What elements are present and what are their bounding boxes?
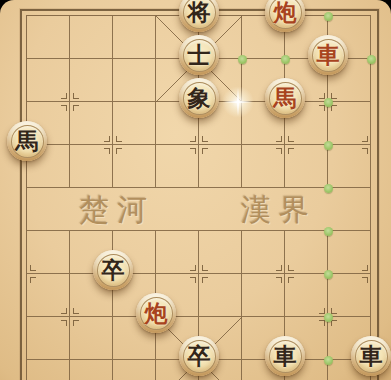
piece-red-cannon[interactable]: 炮 bbox=[136, 293, 176, 333]
position-marker bbox=[116, 136, 122, 142]
move-hint-dot[interactable] bbox=[324, 356, 333, 365]
position-marker bbox=[319, 308, 325, 314]
piece-glyph: 馬 bbox=[7, 121, 47, 162]
position-marker bbox=[61, 105, 67, 111]
piece-black-horse[interactable]: 馬 bbox=[7, 121, 47, 161]
position-marker bbox=[288, 277, 294, 283]
position-marker bbox=[190, 148, 196, 154]
xiangqi-board: 楚河 漢界 将炮士車象馬馬卒炮卒車車 bbox=[0, 0, 391, 380]
position-marker bbox=[319, 105, 325, 111]
position-marker bbox=[73, 320, 79, 326]
position-marker bbox=[362, 148, 368, 154]
position-marker bbox=[73, 93, 79, 99]
board-cell bbox=[27, 16, 70, 59]
piece-red-horse[interactable]: 馬 bbox=[265, 78, 305, 118]
position-marker bbox=[202, 136, 208, 142]
piece-black-chariot[interactable]: 車 bbox=[265, 336, 305, 376]
move-hint-dot[interactable] bbox=[281, 55, 290, 64]
board-cell bbox=[113, 59, 156, 102]
position-marker bbox=[30, 265, 36, 271]
move-hint-dot[interactable] bbox=[324, 98, 333, 107]
position-marker bbox=[61, 93, 67, 99]
piece-black-elephant[interactable]: 象 bbox=[179, 78, 219, 118]
position-marker bbox=[331, 93, 337, 99]
piece-black-advisor[interactable]: 士 bbox=[179, 35, 219, 75]
position-marker bbox=[190, 277, 196, 283]
piece-black-soldier[interactable]: 卒 bbox=[179, 336, 219, 376]
position-marker bbox=[288, 136, 294, 142]
board-cell bbox=[199, 188, 242, 231]
position-marker bbox=[190, 136, 196, 142]
piece-glyph: 炮 bbox=[265, 0, 305, 33]
piece-glyph: 象 bbox=[179, 78, 219, 119]
board-cell bbox=[328, 188, 371, 231]
position-marker bbox=[73, 105, 79, 111]
position-marker bbox=[61, 320, 67, 326]
position-marker bbox=[104, 136, 110, 142]
position-marker bbox=[61, 308, 67, 314]
position-marker bbox=[202, 277, 208, 283]
position-marker bbox=[30, 277, 36, 283]
board-cell bbox=[113, 360, 156, 380]
board-cell bbox=[70, 360, 113, 380]
move-hint-dot[interactable] bbox=[324, 184, 333, 193]
position-marker bbox=[362, 277, 368, 283]
piece-black-soldier[interactable]: 卒 bbox=[93, 250, 133, 290]
move-hint-dot[interactable] bbox=[238, 55, 247, 64]
position-marker bbox=[276, 148, 282, 154]
position-marker bbox=[116, 148, 122, 154]
position-marker bbox=[288, 148, 294, 154]
piece-glyph: 車 bbox=[351, 336, 391, 377]
move-hint-dot[interactable] bbox=[367, 55, 376, 64]
position-marker bbox=[319, 93, 325, 99]
board-cell bbox=[27, 360, 70, 380]
river-label-right: 漢界 bbox=[241, 190, 317, 231]
piece-black-general[interactable]: 将 bbox=[179, 0, 219, 32]
position-marker bbox=[276, 277, 282, 283]
position-marker bbox=[319, 320, 325, 326]
position-marker bbox=[362, 136, 368, 142]
piece-glyph: 将 bbox=[179, 0, 219, 33]
board-cell bbox=[113, 16, 156, 59]
position-marker bbox=[331, 105, 337, 111]
position-marker bbox=[362, 265, 368, 271]
piece-glyph: 卒 bbox=[179, 336, 219, 377]
position-marker bbox=[73, 308, 79, 314]
board-cell bbox=[27, 188, 70, 231]
board-cell bbox=[156, 188, 199, 231]
position-marker bbox=[331, 308, 337, 314]
piece-glyph: 馬 bbox=[265, 78, 305, 119]
piece-black-chariot[interactable]: 車 bbox=[351, 336, 391, 376]
move-hint-dot[interactable] bbox=[324, 313, 333, 322]
river-label-left: 楚河 bbox=[79, 190, 155, 231]
piece-glyph: 車 bbox=[265, 336, 305, 377]
position-marker bbox=[276, 136, 282, 142]
move-hint-dot[interactable] bbox=[324, 141, 333, 150]
move-hint-dot[interactable] bbox=[324, 12, 333, 21]
position-marker bbox=[104, 148, 110, 154]
piece-glyph: 卒 bbox=[93, 250, 133, 291]
piece-glyph: 炮 bbox=[136, 293, 176, 334]
position-marker bbox=[288, 265, 294, 271]
position-marker bbox=[202, 265, 208, 271]
move-hint-dot[interactable] bbox=[324, 270, 333, 279]
piece-red-cannon[interactable]: 炮 bbox=[265, 0, 305, 32]
position-marker bbox=[202, 148, 208, 154]
move-hint-dot[interactable] bbox=[324, 227, 333, 236]
position-marker bbox=[190, 265, 196, 271]
piece-glyph: 士 bbox=[179, 35, 219, 76]
board-cell bbox=[70, 16, 113, 59]
position-marker bbox=[276, 265, 282, 271]
piece-glyph: 車 bbox=[308, 35, 348, 76]
position-marker bbox=[331, 320, 337, 326]
piece-red-chariot[interactable]: 車 bbox=[308, 35, 348, 75]
